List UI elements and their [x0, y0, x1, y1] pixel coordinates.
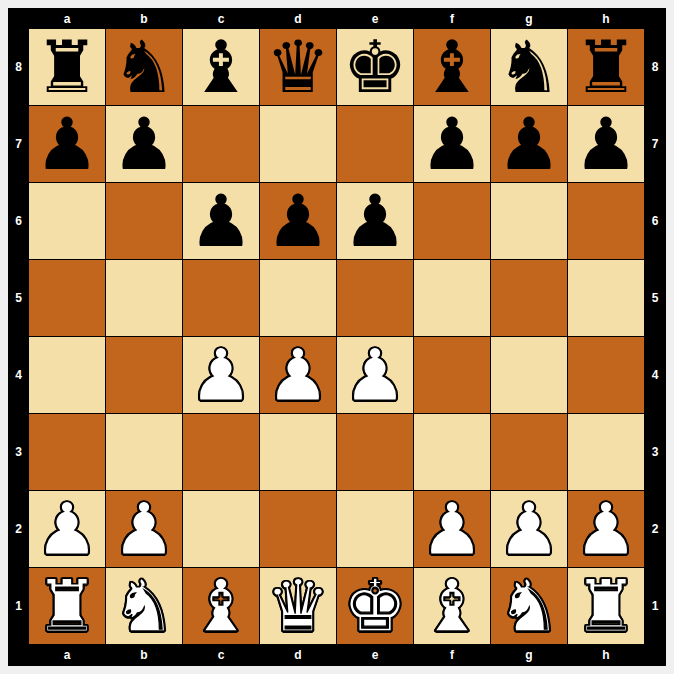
square-g6[interactable] [491, 183, 567, 259]
rank-label-left-1: 1 [8, 568, 29, 644]
square-h7[interactable]: ♟ [568, 106, 644, 182]
white-knight-g1[interactable]: ♞ [497, 568, 562, 644]
square-g3[interactable] [491, 414, 567, 490]
white-rook-a1[interactable]: ♜ [35, 568, 100, 644]
file-labels-bottom: abcdefgh [29, 644, 644, 666]
rank-label-left-6: 6 [8, 183, 29, 259]
page-background: abcdefgh 87654321 ♜♞♝♛♚♝♞♜♟♟♟♟♟♟♟♟♟♟♟♟♟♟… [0, 0, 674, 674]
square-e5[interactable] [337, 260, 413, 336]
white-knight-b1[interactable]: ♞ [112, 568, 177, 644]
square-g1[interactable]: ♞ [491, 568, 567, 644]
square-a5[interactable] [29, 260, 105, 336]
square-f5[interactable] [414, 260, 490, 336]
file-label-bottom-d: d [260, 644, 336, 666]
square-e3[interactable] [337, 414, 413, 490]
white-bishop-c1[interactable]: ♝ [189, 568, 254, 644]
black-king-e8[interactable]: ♚ [343, 29, 408, 105]
square-d2[interactable] [260, 491, 336, 567]
square-a2[interactable]: ♟ [29, 491, 105, 567]
black-pawn-f7[interactable]: ♟ [420, 106, 485, 182]
rank-label-right-8: 8 [644, 29, 666, 105]
rank-labels-right: 87654321 [644, 29, 666, 644]
square-f2[interactable]: ♟ [414, 491, 490, 567]
square-h5[interactable] [568, 260, 644, 336]
black-rook-h8[interactable]: ♜ [574, 29, 639, 105]
square-b8[interactable]: ♞ [106, 29, 182, 105]
file-label-bottom-e: e [337, 644, 413, 666]
rank-label-left-2: 2 [8, 491, 29, 567]
square-d8[interactable]: ♛ [260, 29, 336, 105]
square-f6[interactable] [414, 183, 490, 259]
black-pawn-c6[interactable]: ♟ [189, 183, 254, 259]
rank-label-right-5: 5 [644, 260, 666, 336]
rank-label-left-3: 3 [8, 414, 29, 490]
rank-label-right-7: 7 [644, 106, 666, 182]
square-c8[interactable]: ♝ [183, 29, 259, 105]
rank-label-right-2: 2 [644, 491, 666, 567]
square-a4[interactable] [29, 337, 105, 413]
white-pawn-b2[interactable]: ♟ [112, 491, 177, 567]
file-label-bottom-f: f [414, 644, 490, 666]
rank-label-left-4: 4 [8, 337, 29, 413]
black-pawn-h7[interactable]: ♟ [574, 106, 639, 182]
square-h4[interactable] [568, 337, 644, 413]
square-f8[interactable]: ♝ [414, 29, 490, 105]
square-b7[interactable]: ♟ [106, 106, 182, 182]
square-b1[interactable]: ♞ [106, 568, 182, 644]
black-knight-g8[interactable]: ♞ [497, 29, 562, 105]
square-h2[interactable]: ♟ [568, 491, 644, 567]
white-king-e1[interactable]: ♚ [343, 568, 408, 644]
square-a7[interactable]: ♟ [29, 106, 105, 182]
square-c7[interactable] [183, 106, 259, 182]
rank-label-right-4: 4 [644, 337, 666, 413]
file-label-bottom-c: c [183, 644, 259, 666]
square-a3[interactable] [29, 414, 105, 490]
square-b4[interactable] [106, 337, 182, 413]
rank-labels-left: 87654321 [8, 29, 29, 644]
square-d3[interactable] [260, 414, 336, 490]
square-h1[interactable]: ♜ [568, 568, 644, 644]
black-pawn-b7[interactable]: ♟ [112, 106, 177, 182]
file-label-bottom-b: b [106, 644, 182, 666]
white-rook-h1[interactable]: ♜ [574, 568, 639, 644]
square-h3[interactable] [568, 414, 644, 490]
square-d5[interactable] [260, 260, 336, 336]
square-g8[interactable]: ♞ [491, 29, 567, 105]
white-pawn-c4[interactable]: ♟ [189, 337, 254, 413]
black-knight-b8[interactable]: ♞ [112, 29, 177, 105]
rank-label-right-1: 1 [644, 568, 666, 644]
file-label-bottom-a: a [29, 644, 105, 666]
square-d1[interactable]: ♛ [260, 568, 336, 644]
square-a8[interactable]: ♜ [29, 29, 105, 105]
square-e6[interactable]: ♟ [337, 183, 413, 259]
black-pawn-g7[interactable]: ♟ [497, 106, 562, 182]
square-b3[interactable] [106, 414, 182, 490]
board-frame: abcdefgh 87654321 ♜♞♝♛♚♝♞♜♟♟♟♟♟♟♟♟♟♟♟♟♟♟… [8, 8, 666, 666]
square-b6[interactable] [106, 183, 182, 259]
chess-board: ♜♞♝♛♚♝♞♜♟♟♟♟♟♟♟♟♟♟♟♟♟♟♟♟♜♞♝♛♚♝♞♜ [29, 29, 644, 644]
black-rook-a8[interactable]: ♜ [35, 29, 100, 105]
white-bishop-f1[interactable]: ♝ [420, 568, 485, 644]
square-f7[interactable]: ♟ [414, 106, 490, 182]
square-c2[interactable] [183, 491, 259, 567]
square-e2[interactable] [337, 491, 413, 567]
rank-label-right-3: 3 [644, 414, 666, 490]
square-e1[interactable]: ♚ [337, 568, 413, 644]
square-f3[interactable] [414, 414, 490, 490]
square-f1[interactable]: ♝ [414, 568, 490, 644]
square-d4[interactable]: ♟ [260, 337, 336, 413]
square-e4[interactable]: ♟ [337, 337, 413, 413]
rank-label-right-6: 6 [644, 183, 666, 259]
square-b5[interactable] [106, 260, 182, 336]
white-pawn-g2[interactable]: ♟ [497, 491, 562, 567]
black-pawn-d6[interactable]: ♟ [266, 183, 331, 259]
square-b2[interactable]: ♟ [106, 491, 182, 567]
square-d7[interactable] [260, 106, 336, 182]
square-g7[interactable]: ♟ [491, 106, 567, 182]
rank-label-left-5: 5 [8, 260, 29, 336]
square-g5[interactable] [491, 260, 567, 336]
square-h6[interactable] [568, 183, 644, 259]
square-e7[interactable] [337, 106, 413, 182]
white-pawn-h2[interactable]: ♟ [574, 491, 639, 567]
square-c4[interactable]: ♟ [183, 337, 259, 413]
white-queen-d1[interactable]: ♛ [266, 568, 331, 644]
square-c5[interactable] [183, 260, 259, 336]
white-pawn-e4[interactable]: ♟ [343, 337, 408, 413]
file-label-bottom-g: g [491, 644, 567, 666]
black-bishop-f8[interactable]: ♝ [420, 29, 485, 105]
square-d6[interactable]: ♟ [260, 183, 336, 259]
square-c1[interactable]: ♝ [183, 568, 259, 644]
square-g4[interactable] [491, 337, 567, 413]
square-a6[interactable] [29, 183, 105, 259]
square-f4[interactable] [414, 337, 490, 413]
rank-label-left-7: 7 [8, 106, 29, 182]
white-pawn-a2[interactable]: ♟ [35, 491, 100, 567]
black-pawn-a7[interactable]: ♟ [35, 106, 100, 182]
white-pawn-f2[interactable]: ♟ [420, 491, 485, 567]
rank-label-left-8: 8 [8, 29, 29, 105]
square-c6[interactable]: ♟ [183, 183, 259, 259]
square-g2[interactable]: ♟ [491, 491, 567, 567]
square-e8[interactable]: ♚ [337, 29, 413, 105]
square-h8[interactable]: ♜ [568, 29, 644, 105]
square-c3[interactable] [183, 414, 259, 490]
file-label-bottom-h: h [568, 644, 644, 666]
black-queen-d8[interactable]: ♛ [266, 29, 331, 105]
black-pawn-e6[interactable]: ♟ [343, 183, 408, 259]
black-bishop-c8[interactable]: ♝ [189, 29, 254, 105]
white-pawn-d4[interactable]: ♟ [266, 337, 331, 413]
square-a1[interactable]: ♜ [29, 568, 105, 644]
